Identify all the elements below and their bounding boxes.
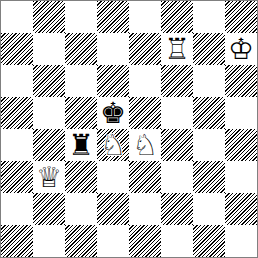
square-d2[interactable]: [97, 193, 129, 225]
white-king[interactable]: ♚♔: [225, 33, 257, 65]
white-knight[interactable]: ♞♘: [129, 129, 161, 161]
square-h5[interactable]: [225, 97, 257, 129]
square-g4[interactable]: [193, 129, 225, 161]
square-f3[interactable]: [161, 161, 193, 193]
square-a7[interactable]: [1, 33, 33, 65]
white-rook[interactable]: ♜♖: [161, 33, 193, 65]
square-h1[interactable]: [225, 225, 257, 257]
piece-glyph: ♚: [97, 97, 129, 129]
square-c6[interactable]: [65, 65, 97, 97]
square-d3[interactable]: [97, 161, 129, 193]
black-king[interactable]: ♚: [97, 97, 129, 129]
square-b5[interactable]: [33, 97, 65, 129]
square-a2[interactable]: [1, 193, 33, 225]
square-d7[interactable]: [97, 33, 129, 65]
square-e7[interactable]: [129, 33, 161, 65]
piece-glyph-outline: ♖: [161, 33, 193, 65]
square-b7[interactable]: [33, 33, 65, 65]
square-h8[interactable]: [225, 1, 257, 33]
square-c8[interactable]: [65, 1, 97, 33]
square-c1[interactable]: [65, 225, 97, 257]
black-rook[interactable]: ♜: [65, 129, 97, 161]
piece-glyph: ♜: [65, 129, 97, 161]
square-f8[interactable]: [161, 1, 193, 33]
white-queen[interactable]: ♛♕: [33, 161, 65, 193]
square-g3[interactable]: [193, 161, 225, 193]
square-e4[interactable]: ♞♘: [129, 129, 161, 161]
square-g1[interactable]: [193, 225, 225, 257]
white-knight[interactable]: ♞♘: [97, 129, 129, 161]
square-c2[interactable]: [65, 193, 97, 225]
square-a4[interactable]: [1, 129, 33, 161]
square-h4[interactable]: [225, 129, 257, 161]
square-h6[interactable]: [225, 65, 257, 97]
square-f5[interactable]: [161, 97, 193, 129]
piece-glyph-outline: ♘: [129, 129, 161, 161]
square-b4[interactable]: [33, 129, 65, 161]
square-b2[interactable]: [33, 193, 65, 225]
square-e1[interactable]: [129, 225, 161, 257]
piece-glyph-outline: ♘: [97, 129, 129, 161]
square-g5[interactable]: [193, 97, 225, 129]
square-h3[interactable]: [225, 161, 257, 193]
square-g8[interactable]: [193, 1, 225, 33]
square-e5[interactable]: [129, 97, 161, 129]
square-d5[interactable]: ♚: [97, 97, 129, 129]
square-g6[interactable]: [193, 65, 225, 97]
square-a6[interactable]: [1, 65, 33, 97]
square-h2[interactable]: [225, 193, 257, 225]
square-b8[interactable]: [33, 1, 65, 33]
square-e3[interactable]: [129, 161, 161, 193]
square-c7[interactable]: [65, 33, 97, 65]
piece-glyph-outline: ♕: [33, 161, 65, 193]
square-g7[interactable]: [193, 33, 225, 65]
square-d1[interactable]: [97, 225, 129, 257]
square-a5[interactable]: [1, 97, 33, 129]
square-f7[interactable]: ♜♖: [161, 33, 193, 65]
piece-glyph-outline: ♔: [225, 33, 257, 65]
square-b6[interactable]: [33, 65, 65, 97]
square-c3[interactable]: [65, 161, 97, 193]
square-d6[interactable]: [97, 65, 129, 97]
square-d8[interactable]: [97, 1, 129, 33]
square-a1[interactable]: [1, 225, 33, 257]
square-a8[interactable]: [1, 1, 33, 33]
square-f2[interactable]: [161, 193, 193, 225]
square-e2[interactable]: [129, 193, 161, 225]
square-c5[interactable]: [65, 97, 97, 129]
square-g2[interactable]: [193, 193, 225, 225]
square-f1[interactable]: [161, 225, 193, 257]
square-f4[interactable]: [161, 129, 193, 161]
square-a3[interactable]: [1, 161, 33, 193]
square-h7[interactable]: ♚♔: [225, 33, 257, 65]
square-e6[interactable]: [129, 65, 161, 97]
square-c4[interactable]: ♜: [65, 129, 97, 161]
square-d4[interactable]: ♞♘: [97, 129, 129, 161]
square-b1[interactable]: [33, 225, 65, 257]
square-e8[interactable]: [129, 1, 161, 33]
square-b3[interactable]: ♛♕: [33, 161, 65, 193]
square-f6[interactable]: [161, 65, 193, 97]
chess-board: ♜♖♚♔♚♜♞♘♞♘♛♕: [0, 0, 258, 258]
